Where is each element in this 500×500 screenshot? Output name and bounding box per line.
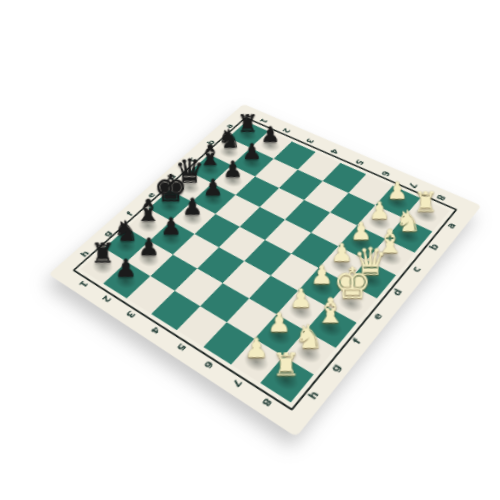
product-photo-scene: 12345678a♜♟♟♜ab♞♟♟♞bc♝♟♟♝cd♛♟♟♛de♚♟♟♚ef♝… [0, 0, 500, 500]
board-orientation-wrapper: 12345678a♜♟♟♜ab♞♟♟♞bc♝♟♟♝cd♛♟♟♛de♚♟♟♚ef♝… [88, 63, 443, 418]
white-rook[interactable]: ♜ [267, 350, 305, 380]
black-pawn[interactable]: ♟ [132, 236, 165, 259]
black-pawn[interactable]: ♟ [109, 257, 143, 280]
mat-corner [449, 197, 481, 220]
black-pawn[interactable]: ♟ [155, 216, 187, 238]
board-grid: 12345678a♜♟♟♜ab♞♟♟♞bc♝♟♟♝cd♛♟♟♛de♚♟♟♚ef♝… [48, 104, 481, 437]
chess-board-mat: 12345678a♜♟♟♜ab♞♟♟♞bc♝♟♟♝cd♛♟♟♛de♚♟♟♚ef♝… [48, 104, 481, 437]
